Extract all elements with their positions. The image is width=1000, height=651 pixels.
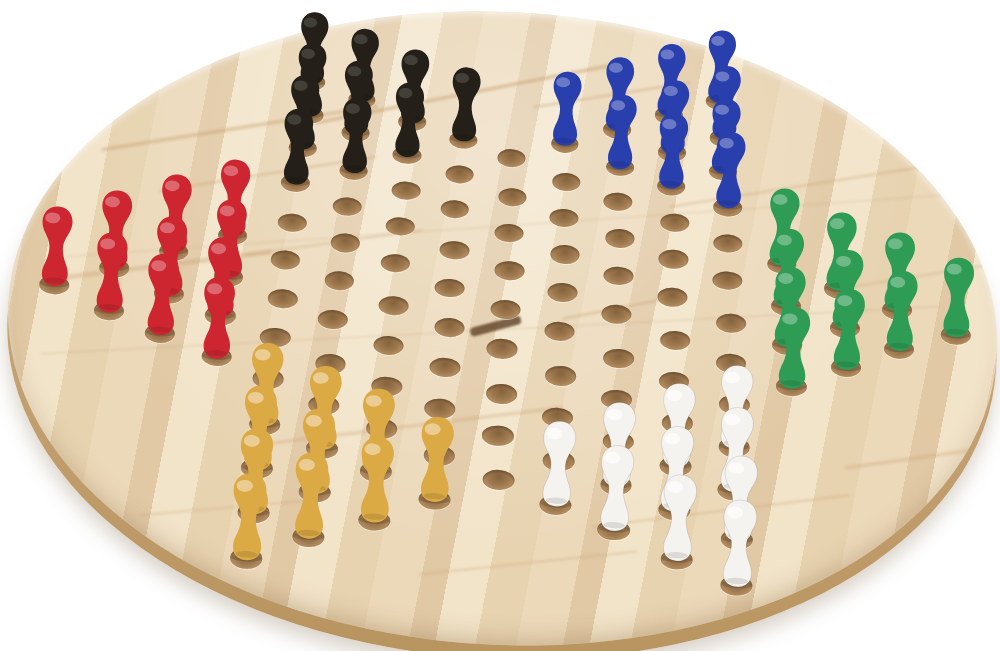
peg-red[interactable]	[29, 201, 84, 293]
peg-red[interactable]	[191, 270, 247, 365]
peg-red[interactable]	[83, 226, 138, 319]
peg-red[interactable]	[134, 248, 190, 342]
peg-blue[interactable]	[596, 88, 647, 175]
board-hole[interactable]	[486, 338, 517, 359]
wood-grain-streak	[418, 550, 637, 576]
peg-black[interactable]	[440, 62, 491, 148]
board-hole[interactable]	[658, 249, 688, 269]
wood-grain-streak	[469, 315, 522, 337]
peg-green[interactable]	[820, 282, 876, 376]
peg-white[interactable]	[529, 415, 587, 514]
peg-yellow[interactable]	[281, 446, 340, 546]
peg-green[interactable]	[766, 300, 822, 395]
peg-black[interactable]	[330, 91, 382, 179]
peg-yellow[interactable]	[219, 466, 279, 567]
board-scene	[0, 0, 1000, 651]
peg-blue[interactable]	[647, 107, 699, 195]
peg-black[interactable]	[271, 102, 323, 190]
peg-white[interactable]	[586, 439, 645, 539]
board-hole[interactable]	[545, 365, 577, 386]
peg-white[interactable]	[649, 468, 708, 568]
photo-background	[0, 0, 1000, 651]
peg-black[interactable]	[383, 76, 434, 163]
peg-blue[interactable]	[704, 127, 756, 215]
peg-blue[interactable]	[541, 65, 592, 151]
peg-green[interactable]	[874, 264, 929, 357]
peg-white[interactable]	[709, 493, 769, 594]
peg-green[interactable]	[931, 251, 986, 343]
peg-yellow[interactable]	[407, 410, 465, 509]
peg-yellow[interactable]	[347, 430, 406, 530]
